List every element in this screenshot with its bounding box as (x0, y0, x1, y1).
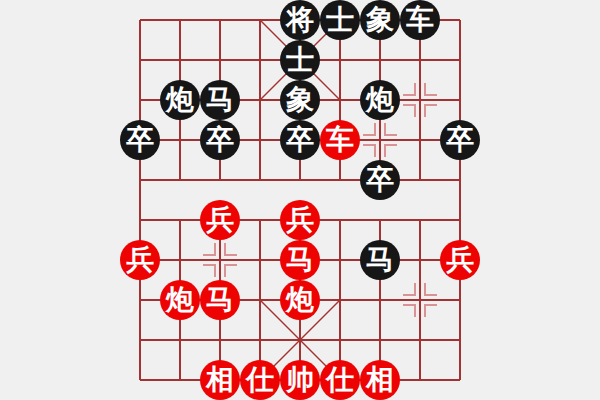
piece-black-cannon[interactable]: 炮 (360, 80, 400, 120)
piece-black-horse[interactable]: 马 (200, 80, 240, 120)
piece-black-horse[interactable]: 马 (360, 240, 400, 280)
piece-red-advisor[interactable]: 仕 (240, 360, 280, 400)
piece-red-soldier[interactable]: 兵 (200, 200, 240, 240)
piece-red-horse[interactable]: 马 (200, 280, 240, 320)
piece-red-chariot[interactable]: 车 (320, 120, 360, 160)
piece-black-soldier[interactable]: 卒 (280, 120, 320, 160)
piece-red-soldier[interactable]: 兵 (440, 240, 480, 280)
piece-black-general[interactable]: 将 (280, 0, 320, 40)
piece-red-cannon[interactable]: 炮 (160, 280, 200, 320)
piece-red-soldier[interactable]: 兵 (120, 240, 160, 280)
piece-black-advisor[interactable]: 士 (280, 40, 320, 80)
piece-red-cannon[interactable]: 炮 (280, 280, 320, 320)
piece-red-elephant[interactable]: 相 (200, 360, 240, 400)
piece-red-elephant[interactable]: 相 (360, 360, 400, 400)
piece-black-elephant[interactable]: 象 (360, 0, 400, 40)
piece-black-soldier[interactable]: 卒 (200, 120, 240, 160)
piece-black-soldier[interactable]: 卒 (120, 120, 160, 160)
piece-black-soldier[interactable]: 卒 (440, 120, 480, 160)
piece-red-general[interactable]: 帅 (280, 360, 320, 400)
piece-black-soldier[interactable]: 卒 (360, 160, 400, 200)
xiangqi-app: 将士象车士炮马象炮卒卒卒车卒卒兵兵兵马马兵炮马炮相仕帅仕相 (0, 0, 600, 400)
piece-black-elephant[interactable]: 象 (280, 80, 320, 120)
piece-black-cannon[interactable]: 炮 (160, 80, 200, 120)
piece-red-advisor[interactable]: 仕 (320, 360, 360, 400)
piece-black-chariot[interactable]: 车 (400, 0, 440, 40)
piece-black-advisor[interactable]: 士 (320, 0, 360, 40)
piece-red-soldier[interactable]: 兵 (280, 200, 320, 240)
piece-red-horse[interactable]: 马 (280, 240, 320, 280)
pieces-layer: 将士象车士炮马象炮卒卒卒车卒卒兵兵兵马马兵炮马炮相仕帅仕相 (0, 0, 600, 400)
